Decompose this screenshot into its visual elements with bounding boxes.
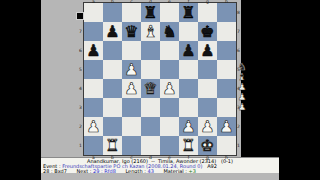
white-bishop[interactable]: ♝	[141, 22, 160, 41]
square-b5[interactable]	[103, 60, 122, 79]
square-e8[interactable]	[160, 3, 179, 22]
square-h5[interactable]	[217, 60, 236, 79]
eco-code: A92	[202, 163, 217, 169]
rank-label-right-3: 3	[236, 98, 241, 117]
rank-label-right-8: 8	[236, 3, 241, 22]
square-h2[interactable]: ♟	[217, 117, 236, 136]
square-e6[interactable]	[160, 41, 179, 60]
square-h4[interactable]	[217, 79, 236, 98]
file-label-top-a: a	[84, 0, 103, 4]
square-f4[interactable]	[179, 79, 198, 98]
square-a6[interactable]: ♟	[84, 41, 103, 60]
square-g3[interactable]	[198, 98, 217, 117]
square-b7[interactable]: ♟	[103, 22, 122, 41]
square-c1[interactable]	[122, 136, 141, 155]
black-rook[interactable]: ♜	[141, 3, 160, 22]
rank-label-right-5: 5	[236, 60, 241, 79]
white-pawn[interactable]: ♟	[122, 79, 141, 98]
square-c8[interactable]	[122, 3, 141, 22]
file-label-top-d: d	[141, 0, 160, 4]
square-e4[interactable]: ♟	[160, 79, 179, 98]
file-label-bottom-h: h	[217, 155, 236, 160]
square-c3[interactable]	[122, 98, 141, 117]
square-f8[interactable]: ♜	[179, 3, 198, 22]
white-rook[interactable]: ♜	[179, 136, 198, 155]
black-knight[interactable]: ♞	[160, 22, 179, 41]
square-a4[interactable]	[84, 79, 103, 98]
square-b6[interactable]	[103, 41, 122, 60]
file-label-bottom-c: c	[122, 155, 141, 160]
square-b3[interactable]	[103, 98, 122, 117]
black-queen[interactable]: ♛	[122, 22, 141, 41]
white-king[interactable]: ♚	[198, 136, 217, 155]
square-d7[interactable]: ♝	[141, 22, 160, 41]
black-pawn[interactable]: ♟	[179, 41, 198, 60]
square-g2[interactable]: ♟	[198, 117, 217, 136]
bottom-strip	[41, 173, 279, 180]
square-b2[interactable]	[103, 117, 122, 136]
square-a3[interactable]	[84, 98, 103, 117]
square-h3[interactable]	[217, 98, 236, 117]
square-a5[interactable]	[84, 60, 103, 79]
square-b4[interactable]	[103, 79, 122, 98]
rank-label-left-5: 5	[78, 60, 83, 79]
square-e3[interactable]	[160, 98, 179, 117]
rank-label-right-1: 1	[236, 136, 241, 155]
file-label-top-c: c	[122, 0, 141, 4]
black-pawn[interactable]: ♟	[103, 22, 122, 41]
square-d8[interactable]: ♜	[141, 3, 160, 22]
square-f1[interactable]: ♜	[179, 136, 198, 155]
white-pawn[interactable]: ♟	[160, 79, 179, 98]
square-g4[interactable]	[198, 79, 217, 98]
white-pawn[interactable]: ♟	[84, 117, 103, 136]
file-label-bottom-b: b	[103, 155, 122, 160]
square-f2[interactable]: ♟	[179, 117, 198, 136]
square-e2[interactable]	[160, 117, 179, 136]
file-label-top-g: g	[198, 0, 217, 4]
rank-label-right-6: 6	[236, 41, 241, 60]
square-e7[interactable]: ♞	[160, 22, 179, 41]
square-h1[interactable]	[217, 136, 236, 155]
square-b8[interactable]	[103, 3, 122, 22]
white-pawn[interactable]: ♟	[217, 117, 236, 136]
square-g6[interactable]: ♟	[198, 41, 217, 60]
black-pawn[interactable]: ♟	[84, 41, 103, 60]
side-to-move-indicator	[77, 13, 83, 19]
white-rook[interactable]: ♜	[103, 136, 122, 155]
white-pawn[interactable]: ♟	[179, 117, 198, 136]
file-label-bottom-a: a	[84, 155, 103, 160]
square-d5[interactable]	[141, 60, 160, 79]
square-h8[interactable]	[217, 3, 236, 22]
square-e1[interactable]	[160, 136, 179, 155]
square-f6[interactable]: ♟	[179, 41, 198, 60]
white-pawn[interactable]: ♟	[122, 60, 141, 79]
rank-label-left-4: 4	[78, 79, 83, 98]
square-f5[interactable]	[179, 60, 198, 79]
file-label-top-e: e	[160, 0, 179, 4]
rank-label-left-1: 1	[78, 136, 83, 155]
square-c7[interactable]: ♛	[122, 22, 141, 41]
square-a8[interactable]	[84, 3, 103, 22]
square-c5[interactable]: ♟	[122, 60, 141, 79]
file-label-bottom-d: d	[141, 155, 160, 160]
white-queen[interactable]: ♛	[141, 79, 160, 98]
file-label-top-h: h	[217, 0, 236, 4]
square-d2[interactable]	[141, 117, 160, 136]
black-pawn[interactable]: ♟	[198, 41, 217, 60]
file-label-top-f: f	[179, 0, 198, 4]
black-rook[interactable]: ♜	[179, 3, 198, 22]
square-c4[interactable]: ♟	[122, 79, 141, 98]
square-g1[interactable]: ♚	[198, 136, 217, 155]
file-label-bottom-f: f	[179, 155, 198, 160]
square-d6[interactable]	[141, 41, 160, 60]
rank-label-left-2: 2	[78, 117, 83, 136]
chess-board[interactable]: ♜♜♟♛♝♞♚♟♟♟♟♟♛♟♟♟♟♟♜♜♚	[84, 3, 236, 155]
rank-label-right-7: 7	[236, 22, 241, 41]
file-label-bottom-e: e	[160, 155, 179, 160]
video-frame: ♜♜♟♛♝♞♚♟♟♟♟♟♛♟♟♟♟♟♜♜♚ ♞♝♟♟♟ Anandkumar, …	[0, 0, 320, 180]
square-c6[interactable]	[122, 41, 141, 60]
square-d4[interactable]: ♛	[141, 79, 160, 98]
square-a2[interactable]: ♟	[84, 117, 103, 136]
square-f3[interactable]	[179, 98, 198, 117]
square-d1[interactable]	[141, 136, 160, 155]
square-b1[interactable]: ♜	[103, 136, 122, 155]
rank-label-left-7: 7	[78, 22, 83, 41]
square-g5[interactable]	[198, 60, 217, 79]
white-pawn[interactable]: ♟	[198, 117, 217, 136]
rank-label-right-4: 4	[236, 79, 241, 98]
square-g8[interactable]	[198, 3, 217, 22]
square-h6[interactable]	[217, 41, 236, 60]
square-c2[interactable]	[122, 117, 141, 136]
square-e5[interactable]	[160, 60, 179, 79]
square-d3[interactable]	[141, 98, 160, 117]
file-label-top-b: b	[103, 0, 122, 4]
square-a7[interactable]	[84, 22, 103, 41]
rank-label-right-2: 2	[236, 117, 241, 136]
square-a1[interactable]	[84, 136, 103, 155]
rank-label-left-6: 6	[78, 41, 83, 60]
file-label-bottom-g: g	[198, 155, 217, 160]
square-h7[interactable]	[217, 22, 236, 41]
square-g7[interactable]: ♚	[198, 22, 217, 41]
rank-label-left-3: 3	[78, 98, 83, 117]
square-f7[interactable]	[179, 22, 198, 41]
black-king[interactable]: ♚	[198, 22, 217, 41]
